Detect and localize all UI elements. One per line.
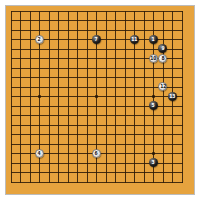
intersection-J16[interactable] [82,35,92,45]
intersection-Q11[interactable] [149,82,159,92]
intersection-R6[interactable] [158,130,168,140]
intersection-N11[interactable] [120,82,130,92]
intersection-Q12[interactable] [149,73,159,83]
intersection-M14[interactable] [111,54,121,64]
intersection-K9[interactable] [92,101,102,111]
intersection-E12[interactable] [44,73,54,83]
intersection-P10[interactable] [139,92,149,102]
intersection-B19[interactable] [16,6,26,16]
intersection-K13[interactable] [92,63,102,73]
intersection-K15[interactable] [92,44,102,54]
intersection-M6[interactable] [111,130,121,140]
intersection-C1[interactable] [25,177,35,187]
intersection-F3[interactable] [54,158,64,168]
intersection-Q8[interactable] [149,111,159,121]
intersection-C3[interactable] [25,158,35,168]
intersection-C8[interactable] [25,111,35,121]
intersection-C14[interactable] [25,54,35,64]
intersection-L18[interactable] [101,16,111,26]
intersection-G1[interactable] [63,177,73,187]
intersection-O12[interactable] [130,73,140,83]
intersection-H18[interactable] [73,16,83,26]
intersection-B9[interactable] [16,101,26,111]
intersection-G15[interactable] [63,44,73,54]
intersection-G18[interactable] [63,16,73,26]
intersection-T3[interactable] [177,158,187,168]
intersection-K2[interactable] [92,168,102,178]
intersection-E2[interactable] [44,168,54,178]
intersection-L12[interactable] [101,73,111,83]
intersection-H4[interactable] [73,149,83,159]
intersection-N9[interactable] [120,101,130,111]
intersection-N14[interactable] [120,54,130,64]
intersection-F14[interactable] [54,54,64,64]
intersection-P18[interactable] [139,16,149,26]
intersection-Q14[interactable]: 10 [149,54,159,64]
intersection-D17[interactable] [35,25,45,35]
intersection-N7[interactable] [120,120,130,130]
intersection-D7[interactable] [35,120,45,130]
intersection-Q1[interactable] [149,177,159,187]
intersection-N4[interactable] [120,149,130,159]
intersection-J12[interactable] [82,73,92,83]
intersection-H16[interactable] [73,35,83,45]
intersection-J14[interactable] [82,54,92,64]
intersection-B15[interactable] [16,44,26,54]
intersection-B5[interactable] [16,139,26,149]
intersection-G8[interactable] [63,111,73,121]
intersection-H3[interactable] [73,158,83,168]
intersection-H5[interactable] [73,139,83,149]
intersection-H1[interactable] [73,177,83,187]
intersection-E17[interactable] [44,25,54,35]
intersection-O9[interactable] [130,101,140,111]
intersection-C4[interactable] [25,149,35,159]
intersection-P11[interactable] [139,82,149,92]
intersection-L15[interactable] [101,44,111,54]
intersection-M7[interactable] [111,120,121,130]
intersection-T19[interactable] [177,6,187,16]
intersection-K14[interactable] [92,54,102,64]
intersection-G6[interactable] [63,130,73,140]
intersection-T10[interactable] [177,92,187,102]
intersection-D5[interactable] [35,139,45,149]
intersection-E10[interactable] [44,92,54,102]
intersection-P19[interactable] [139,6,149,16]
intersection-C6[interactable] [25,130,35,140]
intersection-E4[interactable] [44,149,54,159]
intersection-F5[interactable] [54,139,64,149]
intersection-L6[interactable] [101,130,111,140]
intersection-K3[interactable] [92,158,102,168]
intersection-P14[interactable] [139,54,149,64]
intersection-L2[interactable] [101,168,111,178]
intersection-P8[interactable] [139,111,149,121]
intersection-J15[interactable] [82,44,92,54]
intersection-K8[interactable] [92,111,102,121]
intersection-Q2[interactable] [149,168,159,178]
intersection-E19[interactable] [44,6,54,16]
intersection-P6[interactable] [139,130,149,140]
intersection-R19[interactable] [158,6,168,16]
intersection-F18[interactable] [54,16,64,26]
intersection-B4[interactable] [16,149,26,159]
intersection-H8[interactable] [73,111,83,121]
intersection-R14[interactable]: 8 [158,54,168,64]
intersection-L7[interactable] [101,120,111,130]
intersection-A18[interactable] [6,16,16,26]
intersection-R15[interactable]: 9 [158,44,168,54]
intersection-E7[interactable] [44,120,54,130]
intersection-G4[interactable] [63,149,73,159]
intersection-B17[interactable] [16,25,26,35]
intersection-O5[interactable] [130,139,140,149]
intersection-A14[interactable] [6,54,16,64]
intersection-B6[interactable] [16,130,26,140]
intersection-G3[interactable] [63,158,73,168]
intersection-E16[interactable] [44,35,54,45]
intersection-D13[interactable] [35,63,45,73]
intersection-E18[interactable] [44,16,54,26]
intersection-P12[interactable] [139,73,149,83]
intersection-S6[interactable] [168,130,178,140]
intersection-H11[interactable] [73,82,83,92]
intersection-P17[interactable] [139,25,149,35]
intersection-P1[interactable] [139,177,149,187]
intersection-S4[interactable] [168,149,178,159]
intersection-M10[interactable] [111,92,121,102]
intersection-J3[interactable] [82,158,92,168]
intersection-J4[interactable] [82,149,92,159]
intersection-M4[interactable] [111,149,121,159]
intersection-N18[interactable] [120,16,130,26]
intersection-C12[interactable] [25,73,35,83]
intersection-S14[interactable] [168,54,178,64]
intersection-R17[interactable] [158,25,168,35]
intersection-T1[interactable] [177,177,187,187]
intersection-R3[interactable] [158,158,168,168]
intersection-R9[interactable] [158,101,168,111]
intersection-K6[interactable] [92,130,102,140]
intersection-A2[interactable] [6,168,16,178]
intersection-O16[interactable]: 11 [130,35,140,45]
intersection-R1[interactable] [158,177,168,187]
intersection-O8[interactable] [130,111,140,121]
intersection-H9[interactable] [73,101,83,111]
intersection-H2[interactable] [73,168,83,178]
intersection-R13[interactable] [158,63,168,73]
intersection-R7[interactable] [158,120,168,130]
intersection-A5[interactable] [6,139,16,149]
intersection-C7[interactable] [25,120,35,130]
intersection-A12[interactable] [6,73,16,83]
intersection-S13[interactable] [168,63,178,73]
intersection-M5[interactable] [111,139,121,149]
intersection-E13[interactable] [44,63,54,73]
intersection-A11[interactable] [6,82,16,92]
intersection-D8[interactable] [35,111,45,121]
intersection-T2[interactable] [177,168,187,178]
intersection-Q4[interactable] [149,149,159,159]
intersection-K1[interactable] [92,177,102,187]
intersection-N5[interactable] [120,139,130,149]
intersection-O10[interactable] [130,92,140,102]
intersection-K18[interactable] [92,16,102,26]
intersection-F10[interactable] [54,92,64,102]
intersection-F8[interactable] [54,111,64,121]
intersection-T7[interactable] [177,120,187,130]
intersection-C13[interactable] [25,63,35,73]
intersection-R18[interactable] [158,16,168,26]
intersection-C2[interactable] [25,168,35,178]
intersection-T18[interactable] [177,16,187,26]
intersection-Q7[interactable] [149,120,159,130]
intersection-L16[interactable] [101,35,111,45]
intersection-D2[interactable] [35,168,45,178]
intersection-K16[interactable]: 7 [92,35,102,45]
intersection-M9[interactable] [111,101,121,111]
intersection-F1[interactable] [54,177,64,187]
intersection-S16[interactable] [168,35,178,45]
intersection-D3[interactable] [35,158,45,168]
intersection-C11[interactable] [25,82,35,92]
intersection-P13[interactable] [139,63,149,73]
intersection-A9[interactable] [6,101,16,111]
intersection-T13[interactable] [177,63,187,73]
intersection-O7[interactable] [130,120,140,130]
intersection-C16[interactable] [25,35,35,45]
intersection-N10[interactable] [120,92,130,102]
intersection-S11[interactable] [168,82,178,92]
intersection-N13[interactable] [120,63,130,73]
intersection-E8[interactable] [44,111,54,121]
intersection-A17[interactable] [6,25,16,35]
intersection-M11[interactable] [111,82,121,92]
intersection-K10[interactable] [92,92,102,102]
intersection-T16[interactable] [177,35,187,45]
intersection-R5[interactable] [158,139,168,149]
intersection-G2[interactable] [63,168,73,178]
intersection-B12[interactable] [16,73,26,83]
intersection-B13[interactable] [16,63,26,73]
intersection-K11[interactable] [92,82,102,92]
intersection-G10[interactable] [63,92,73,102]
intersection-A7[interactable] [6,120,16,130]
intersection-C5[interactable] [25,139,35,149]
intersection-L1[interactable] [101,177,111,187]
intersection-L17[interactable] [101,25,111,35]
intersection-P3[interactable] [139,158,149,168]
intersection-H7[interactable] [73,120,83,130]
intersection-C10[interactable] [25,92,35,102]
intersection-M12[interactable] [111,73,121,83]
intersection-A3[interactable] [6,158,16,168]
intersection-B8[interactable] [16,111,26,121]
intersection-H17[interactable] [73,25,83,35]
intersection-L8[interactable] [101,111,111,121]
intersection-E15[interactable] [44,44,54,54]
intersection-M13[interactable] [111,63,121,73]
intersection-R4[interactable] [158,149,168,159]
intersection-O1[interactable] [130,177,140,187]
intersection-T14[interactable] [177,54,187,64]
intersection-D18[interactable] [35,16,45,26]
intersection-E9[interactable] [44,101,54,111]
intersection-A10[interactable] [6,92,16,102]
intersection-F6[interactable] [54,130,64,140]
intersection-K19[interactable] [92,6,102,16]
intersection-J19[interactable] [82,6,92,16]
intersection-D19[interactable] [35,6,45,16]
intersection-J10[interactable] [82,92,92,102]
intersection-E11[interactable] [44,82,54,92]
intersection-A13[interactable] [6,63,16,73]
intersection-K4[interactable]: 6 [92,149,102,159]
intersection-F16[interactable] [54,35,64,45]
intersection-M16[interactable] [111,35,121,45]
intersection-H10[interactable] [73,92,83,102]
intersection-S3[interactable] [168,158,178,168]
intersection-F4[interactable] [54,149,64,159]
intersection-G11[interactable] [63,82,73,92]
intersection-J11[interactable] [82,82,92,92]
intersection-P5[interactable] [139,139,149,149]
intersection-S2[interactable] [168,168,178,178]
intersection-S19[interactable] [168,6,178,16]
intersection-D14[interactable] [35,54,45,64]
intersection-J7[interactable] [82,120,92,130]
intersection-K17[interactable] [92,25,102,35]
intersection-R16[interactable] [158,35,168,45]
intersection-J18[interactable] [82,16,92,26]
intersection-N12[interactable] [120,73,130,83]
intersection-O11[interactable] [130,82,140,92]
intersection-R8[interactable] [158,111,168,121]
intersection-A16[interactable] [6,35,16,45]
intersection-S9[interactable] [168,101,178,111]
intersection-R10[interactable] [158,92,168,102]
intersection-L10[interactable] [101,92,111,102]
intersection-O17[interactable] [130,25,140,35]
intersection-Q13[interactable] [149,63,159,73]
intersection-K7[interactable] [92,120,102,130]
intersection-D1[interactable] [35,177,45,187]
intersection-L11[interactable] [101,82,111,92]
intersection-M18[interactable] [111,16,121,26]
intersection-H15[interactable] [73,44,83,54]
intersection-D4[interactable]: 4 [35,149,45,159]
intersection-N3[interactable] [120,158,130,168]
intersection-T6[interactable] [177,130,187,140]
intersection-R11[interactable]: 12 [158,82,168,92]
intersection-Q10[interactable] [149,92,159,102]
intersection-T9[interactable] [177,101,187,111]
intersection-C17[interactable] [25,25,35,35]
intersection-R2[interactable] [158,168,168,178]
intersection-S7[interactable] [168,120,178,130]
intersection-S5[interactable] [168,139,178,149]
intersection-Q16[interactable]: 1 [149,35,159,45]
intersection-O19[interactable] [130,6,140,16]
intersection-P9[interactable] [139,101,149,111]
intersection-F11[interactable] [54,82,64,92]
intersection-O13[interactable] [130,63,140,73]
intersection-A8[interactable] [6,111,16,121]
intersection-B11[interactable] [16,82,26,92]
intersection-J13[interactable] [82,63,92,73]
intersection-A15[interactable] [6,44,16,54]
intersection-M15[interactable] [111,44,121,54]
intersection-D16[interactable]: 2 [35,35,45,45]
intersection-A6[interactable] [6,130,16,140]
intersection-S8[interactable] [168,111,178,121]
intersection-Q5[interactable] [149,139,159,149]
intersection-F7[interactable] [54,120,64,130]
intersection-E6[interactable] [44,130,54,140]
intersection-N6[interactable] [120,130,130,140]
intersection-L3[interactable] [101,158,111,168]
intersection-O14[interactable] [130,54,140,64]
intersection-J5[interactable] [82,139,92,149]
intersection-H12[interactable] [73,73,83,83]
intersection-G12[interactable] [63,73,73,83]
intersection-H19[interactable] [73,6,83,16]
intersection-P7[interactable] [139,120,149,130]
intersection-G14[interactable] [63,54,73,64]
intersection-R12[interactable] [158,73,168,83]
intersection-C19[interactable] [25,6,35,16]
intersection-F2[interactable] [54,168,64,178]
intersection-S15[interactable] [168,44,178,54]
intersection-M2[interactable] [111,168,121,178]
intersection-B14[interactable] [16,54,26,64]
intersection-H14[interactable] [73,54,83,64]
intersection-D10[interactable] [35,92,45,102]
intersection-N2[interactable] [120,168,130,178]
intersection-O3[interactable] [130,158,140,168]
intersection-K12[interactable] [92,73,102,83]
intersection-L4[interactable] [101,149,111,159]
intersection-A4[interactable] [6,149,16,159]
intersection-L9[interactable] [101,101,111,111]
intersection-Q19[interactable] [149,6,159,16]
intersection-Q3[interactable]: 3 [149,158,159,168]
intersection-M1[interactable] [111,177,121,187]
intersection-H6[interactable] [73,130,83,140]
intersection-N16[interactable] [120,35,130,45]
intersection-O18[interactable] [130,16,140,26]
intersection-A19[interactable] [6,6,16,16]
intersection-B2[interactable] [16,168,26,178]
intersection-E5[interactable] [44,139,54,149]
intersection-G16[interactable] [63,35,73,45]
intersection-E3[interactable] [44,158,54,168]
intersection-J8[interactable] [82,111,92,121]
intersection-M8[interactable] [111,111,121,121]
intersection-J17[interactable] [82,25,92,35]
intersection-N19[interactable] [120,6,130,16]
intersection-T8[interactable] [177,111,187,121]
intersection-S17[interactable] [168,25,178,35]
intersection-L5[interactable] [101,139,111,149]
intersection-P4[interactable] [139,149,149,159]
intersection-T15[interactable] [177,44,187,54]
intersection-T4[interactable] [177,149,187,159]
intersection-J6[interactable] [82,130,92,140]
intersection-T17[interactable] [177,25,187,35]
intersection-G17[interactable] [63,25,73,35]
intersection-H13[interactable] [73,63,83,73]
